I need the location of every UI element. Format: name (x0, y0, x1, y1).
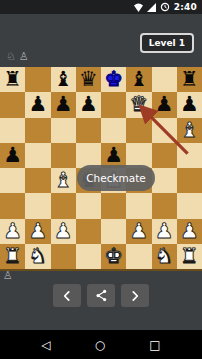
captured-pawn-icon: ♙ (19, 51, 29, 63)
alarm-icon (160, 2, 170, 12)
square-e2[interactable] (101, 219, 126, 244)
level-badge[interactable]: Level 1 (140, 33, 194, 53)
square-c3[interactable] (51, 193, 76, 218)
square-g8[interactable] (152, 67, 177, 92)
black-rook-a8[interactable]: ♜ (0, 67, 25, 92)
square-d1[interactable] (76, 244, 101, 269)
square-h2[interactable]: ♟ (177, 219, 202, 244)
captured-tray-bottom: ♙ (3, 270, 13, 282)
square-h8[interactable]: ♜ (177, 67, 202, 92)
square-g5[interactable] (152, 143, 177, 168)
black-pawn-a5[interactable]: ♟ (0, 143, 25, 168)
square-e3[interactable] (101, 193, 126, 218)
square-h6[interactable]: ♝ (177, 118, 202, 143)
square-c5[interactable] (51, 143, 76, 168)
white-pawn-c2[interactable]: ♟ (51, 219, 76, 244)
cell-signal-icon (147, 3, 156, 12)
square-g4[interactable] (152, 168, 177, 193)
square-b4[interactable] (25, 168, 50, 193)
square-e1[interactable]: ♚ (101, 244, 126, 269)
square-a6[interactable] (0, 118, 25, 143)
black-bishop-f8[interactable]: ♝ (126, 67, 151, 92)
square-b6[interactable] (25, 118, 50, 143)
square-a1[interactable]: ♜ (0, 244, 25, 269)
wifi-icon (134, 3, 143, 12)
back-button[interactable] (53, 284, 81, 307)
square-c7[interactable]: ♟ (51, 92, 76, 117)
white-bishop-c4[interactable]: ♝ (51, 168, 76, 193)
square-c6[interactable] (51, 118, 76, 143)
square-b7[interactable]: ♟ (25, 92, 50, 117)
captured-knight-icon: ♘ (6, 51, 16, 63)
square-h1[interactable]: ♜ (177, 244, 202, 269)
square-f3[interactable] (126, 193, 151, 218)
square-g1[interactable]: ♞ (152, 244, 177, 269)
white-pawn-h2[interactable]: ♟ (177, 219, 202, 244)
square-b5[interactable] (25, 143, 50, 168)
black-king-e8[interactable]: ♚ (101, 67, 126, 92)
white-pawn-g2[interactable]: ♟ (152, 219, 177, 244)
status-bar: 2:40 (0, 0, 202, 14)
square-d8[interactable]: ♛ (76, 67, 101, 92)
share-button[interactable] (87, 284, 115, 307)
white-knight-g1[interactable]: ♞ (152, 244, 177, 269)
square-g6[interactable] (152, 118, 177, 143)
square-a2[interactable]: ♟ (0, 219, 25, 244)
square-h7[interactable]: ♟ (177, 92, 202, 117)
square-g7[interactable]: ♟ (152, 92, 177, 117)
square-e8[interactable]: ♚ (101, 67, 126, 92)
white-knight-b1[interactable]: ♞ (25, 244, 50, 269)
square-a4[interactable] (0, 168, 25, 193)
black-queen-d8[interactable]: ♛ (76, 67, 101, 92)
square-a8[interactable]: ♜ (0, 67, 25, 92)
square-e6[interactable] (101, 118, 126, 143)
android-recents-button[interactable]: □ (149, 339, 160, 351)
square-f1[interactable] (126, 244, 151, 269)
android-nav-bar: ◁ ○ □ (0, 330, 202, 359)
square-h5[interactable] (177, 143, 202, 168)
android-back-button[interactable]: ◁ (41, 339, 50, 351)
black-pawn-b7[interactable]: ♟ (25, 92, 50, 117)
checkmate-toast: Checkmate (77, 165, 155, 191)
square-e7[interactable] (101, 92, 126, 117)
black-rook-h8[interactable]: ♜ (177, 67, 202, 92)
square-f7[interactable]: ♛ (126, 92, 151, 117)
square-b1[interactable]: ♞ (25, 244, 50, 269)
square-c8[interactable]: ♝ (51, 67, 76, 92)
square-c1[interactable] (51, 244, 76, 269)
white-queen-f7[interactable]: ♛ (126, 92, 151, 117)
square-a5[interactable]: ♟ (0, 143, 25, 168)
white-bishop-h6[interactable]: ♝ (177, 118, 202, 143)
share-icon (94, 288, 109, 303)
white-rook-h1[interactable]: ♜ (177, 244, 202, 269)
square-f8[interactable]: ♝ (126, 67, 151, 92)
square-b3[interactable] (25, 193, 50, 218)
black-pawn-d7[interactable]: ♟ (76, 92, 101, 117)
black-pawn-g7[interactable]: ♟ (152, 92, 177, 117)
square-h3[interactable] (177, 193, 202, 218)
android-home-button[interactable]: ○ (95, 339, 105, 351)
white-king-e1[interactable]: ♚ (101, 244, 126, 269)
square-c2[interactable]: ♟ (51, 219, 76, 244)
square-c4[interactable]: ♝ (51, 168, 76, 193)
square-d7[interactable]: ♟ (76, 92, 101, 117)
status-time: 2:40 (174, 2, 197, 12)
controls-bar (0, 284, 202, 307)
square-b8[interactable] (25, 67, 50, 92)
square-h4[interactable] (177, 168, 202, 193)
chevron-left-icon (60, 289, 74, 303)
forward-button[interactable] (121, 284, 149, 307)
captured-tray-top: ♘ ♙ (6, 51, 29, 63)
white-pawn-a2[interactable]: ♟ (0, 219, 25, 244)
square-a3[interactable] (0, 193, 25, 218)
captured-white-pawn-icon: ♙ (3, 270, 13, 282)
white-pawn-b2[interactable]: ♟ (25, 219, 50, 244)
square-b2[interactable]: ♟ (25, 219, 50, 244)
square-g3[interactable] (152, 193, 177, 218)
square-f2[interactable]: ♟ (126, 219, 151, 244)
black-pawn-h7[interactable]: ♟ (177, 92, 202, 117)
white-rook-a1[interactable]: ♜ (0, 244, 25, 269)
square-d3[interactable] (76, 193, 101, 218)
square-d6[interactable] (76, 118, 101, 143)
square-f6[interactable] (126, 118, 151, 143)
square-g2[interactable]: ♟ (152, 219, 177, 244)
square-d2[interactable] (76, 219, 101, 244)
chevron-right-icon (128, 289, 142, 303)
square-a7[interactable] (0, 92, 25, 117)
black-bishop-c8[interactable]: ♝ (51, 67, 76, 92)
white-pawn-f2[interactable]: ♟ (126, 219, 151, 244)
black-pawn-c7[interactable]: ♟ (51, 92, 76, 117)
